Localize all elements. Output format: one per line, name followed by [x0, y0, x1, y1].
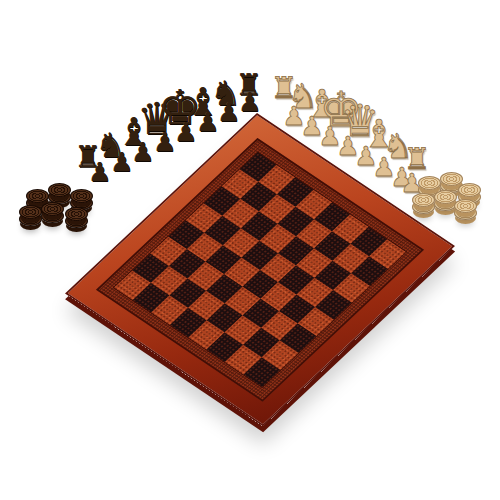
- board-margin: [96, 138, 424, 402]
- checker-disc-dark: [48, 183, 71, 197]
- board-grid: [113, 151, 407, 388]
- product-photo: ♜♞♝♛♚♝♞♜♟♟♟♟♟♟♟♟♜♞♝♚♛♝♞♜♟♟♟♟♟♟♟♟: [0, 0, 500, 500]
- chess-piece-dark-pawn: ♟: [131, 139, 154, 165]
- chess-piece-dark-knight: ♞: [96, 128, 126, 162]
- checker-disc-light: [458, 183, 481, 197]
- chess-piece-light-rook: ♜: [404, 144, 431, 174]
- chess-piece-dark-pawn: ♟: [110, 149, 133, 175]
- chess-piece-light-pawn: ♟: [336, 133, 359, 159]
- chess-piece-dark-knight: ♞: [211, 76, 241, 110]
- chess-piece-dark-pawn: ♟: [174, 119, 197, 145]
- chess-piece-light-pawn: ♟: [300, 113, 323, 139]
- chess-piece-dark-queen: ♛: [137, 97, 176, 141]
- chess-piece-dark-pawn: ♟: [217, 99, 240, 125]
- chess-piece-light-knight: ♞: [288, 79, 318, 113]
- chess-piece-light-bishop: ♝: [305, 85, 339, 123]
- checker-disc-light: [412, 193, 435, 207]
- chess-piece-light-pawn: ♟: [390, 164, 413, 190]
- chess-piece-dark-bishop: ♝: [117, 113, 151, 151]
- chess-piece-light-pawn: ♟: [354, 143, 377, 169]
- checker-disc-dark: [26, 189, 49, 203]
- chess-piece-light-king: ♚: [319, 85, 362, 133]
- checker-disc-light: [454, 199, 477, 213]
- checker-disc-light: [434, 190, 457, 204]
- chess-piece-light-pawn: ♟: [372, 154, 395, 180]
- chess-piece-dark-bishop: ♝: [186, 83, 220, 121]
- chess-piece-dark-pawn: ♟: [88, 159, 111, 185]
- chess-piece-light-pawn: ♟: [282, 103, 305, 129]
- chess-piece-light-bishop: ♝: [362, 115, 396, 153]
- checker-disc-light: [440, 172, 463, 186]
- chess-piece-dark-pawn: ♟: [153, 129, 176, 155]
- checker-disc-dark: [70, 189, 93, 203]
- chess-piece-dark-king: ♚: [158, 83, 201, 131]
- checker-disc-dark: [19, 205, 42, 219]
- chess-piece-dark-rook: ♜: [236, 70, 263, 100]
- chess-piece-light-queen: ♛: [340, 99, 379, 143]
- chess-piece-light-pawn: ♟: [318, 123, 341, 149]
- chess-piece-light-knight: ♞: [383, 129, 413, 163]
- checker-disc-dark: [65, 207, 88, 221]
- checker-disc-dark: [41, 202, 64, 216]
- chess-piece-dark-pawn: ♟: [196, 109, 219, 135]
- chess-board: [65, 113, 455, 427]
- chess-piece-dark-pawn: ♟: [238, 89, 261, 115]
- chess-piece-dark-rook: ♜: [75, 142, 102, 172]
- chess-piece-light-rook: ♜: [271, 73, 298, 103]
- checker-disc-light: [418, 176, 441, 190]
- board-frame: [65, 113, 455, 427]
